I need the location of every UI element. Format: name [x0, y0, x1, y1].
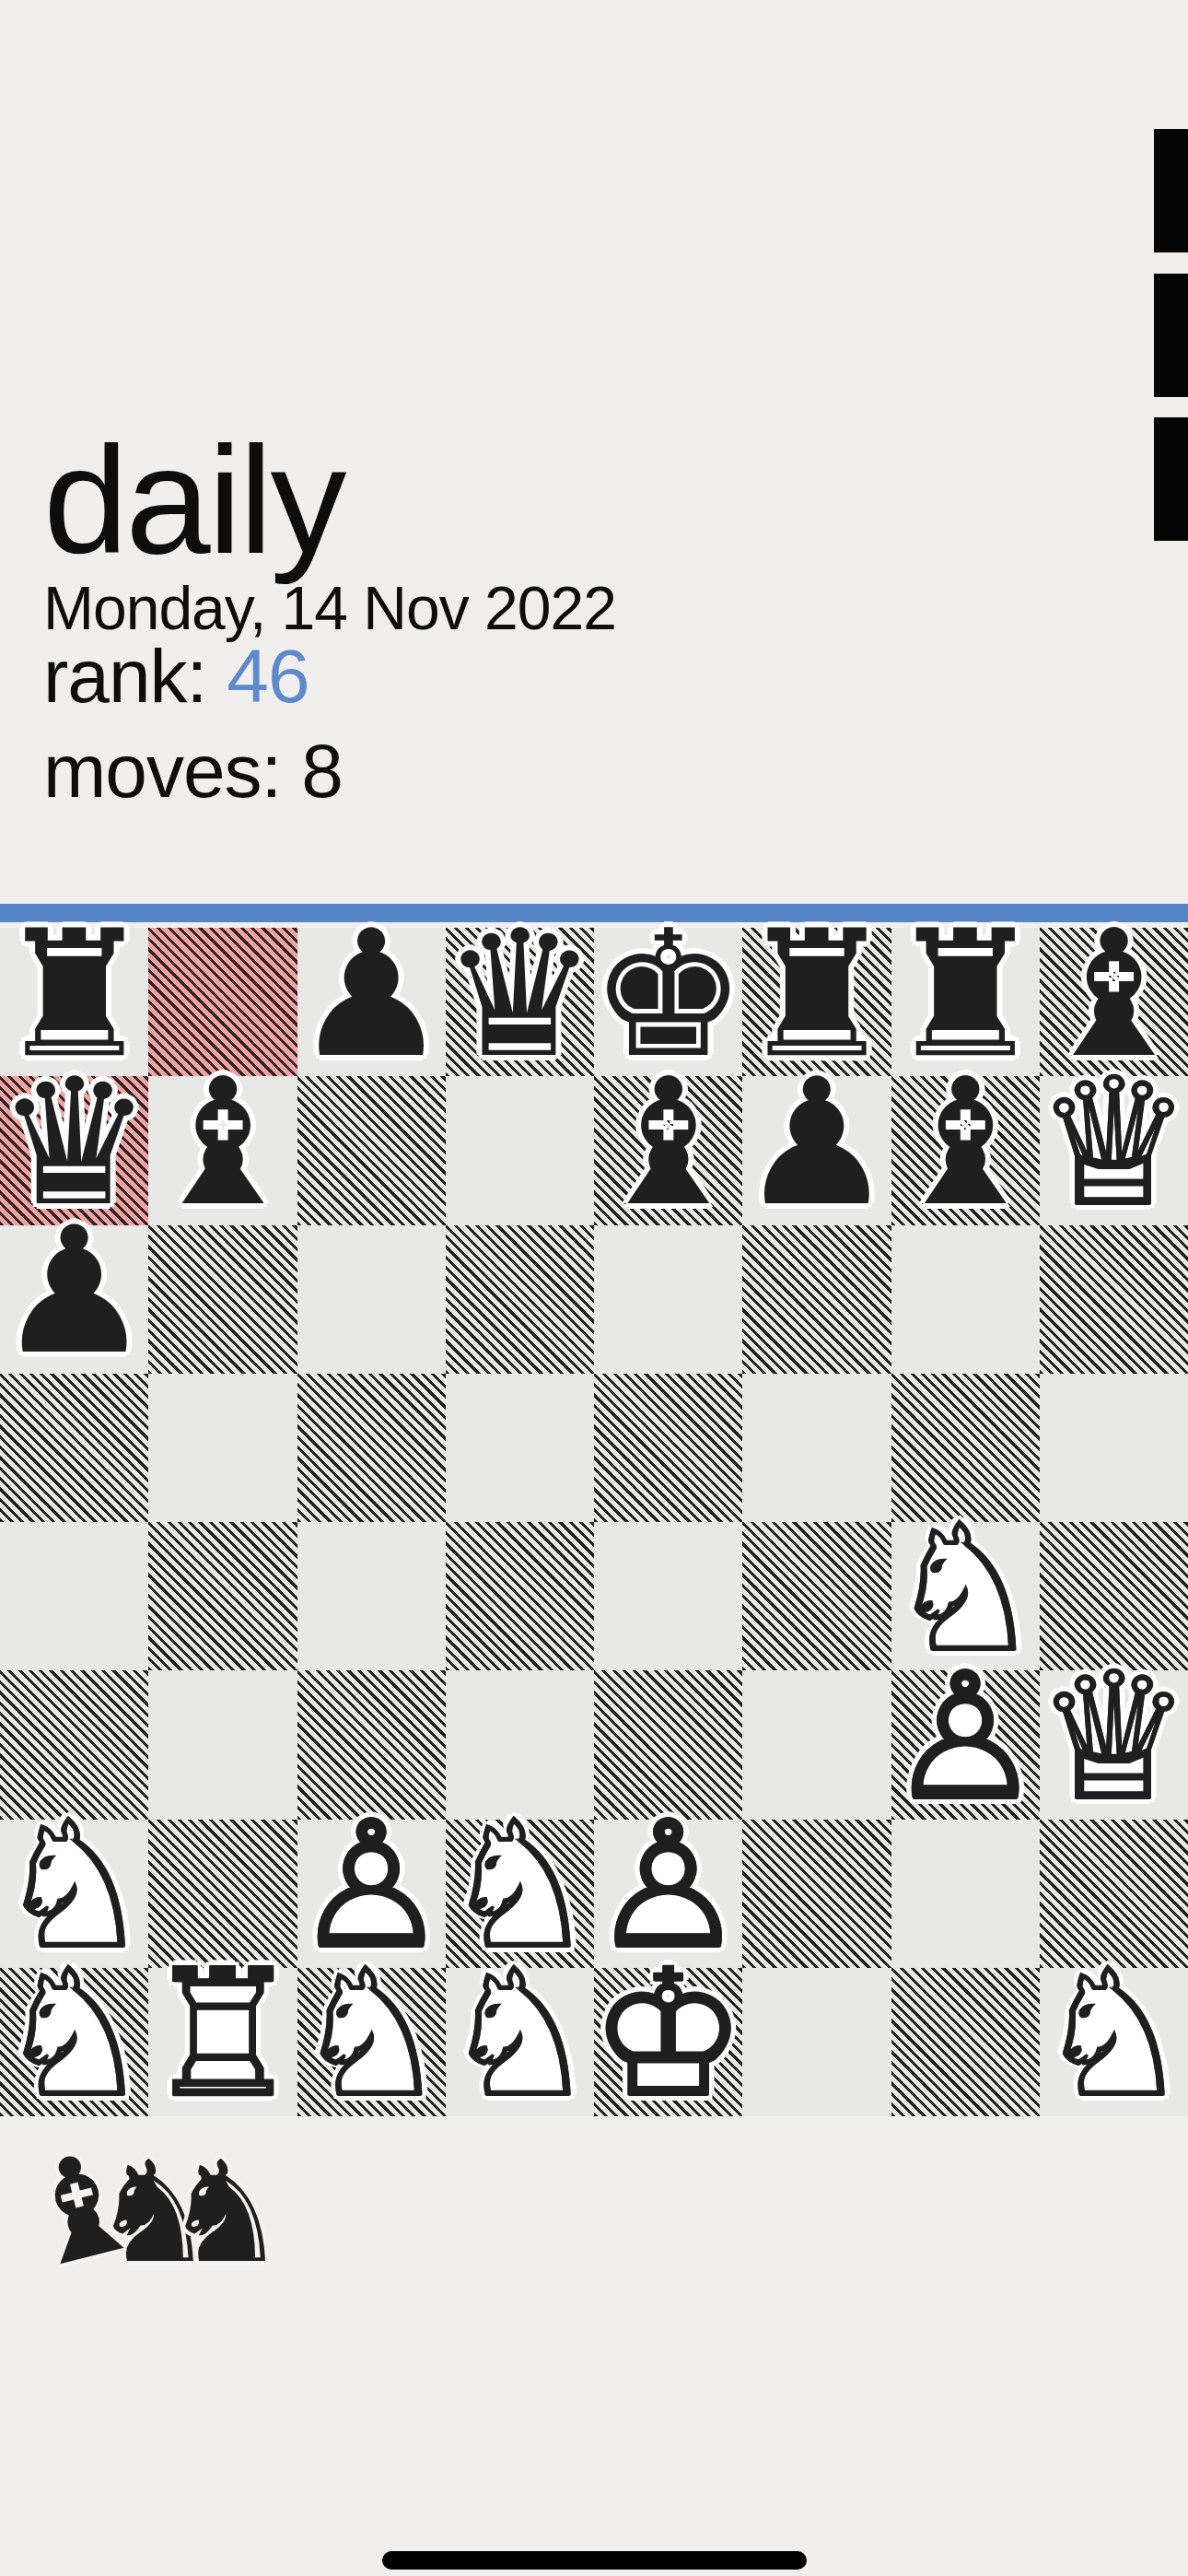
- black-queen-glyph: ♛: [441, 907, 598, 1083]
- square-e7[interactable]: ♝: [594, 1076, 742, 1224]
- square-d5[interactable]: [446, 1374, 594, 1522]
- square-f7[interactable]: ♟: [742, 1076, 891, 1224]
- black-bishop-glyph: ♝: [589, 1056, 746, 1231]
- square-b5[interactable]: [148, 1374, 297, 1522]
- square-a6[interactable]: ♟: [0, 1225, 148, 1374]
- black-pawn-piece[interactable]: ♟: [297, 928, 446, 1076]
- white-queen-outline: ♕: [1040, 1663, 1188, 1811]
- black-pawn-piece[interactable]: ♟: [742, 1076, 891, 1224]
- menu-bar-icon: [1154, 129, 1188, 252]
- white-rook-piece[interactable]: ♜♖: [148, 1968, 297, 2116]
- square-c5[interactable]: [297, 1374, 446, 1522]
- white-pawn-outline: ♙: [891, 1663, 1040, 1811]
- black-bishop-piece[interactable]: ♝: [594, 1076, 742, 1224]
- white-knight-piece[interactable]: ♞♘: [1040, 1968, 1188, 2116]
- square-a4[interactable]: [0, 1522, 148, 1670]
- square-a1[interactable]: ♞♘: [0, 1968, 148, 2116]
- page-title: daily: [43, 424, 344, 577]
- square-c6[interactable]: [297, 1225, 446, 1374]
- square-f1[interactable]: [742, 1968, 891, 2116]
- black-queen-piece[interactable]: ♛: [446, 928, 594, 1076]
- white-pawn-piece[interactable]: ♟♙: [891, 1670, 1040, 1819]
- square-f6[interactable]: [742, 1225, 891, 1374]
- square-g6[interactable]: [891, 1225, 1040, 1374]
- square-e1[interactable]: ♚♔: [594, 1968, 742, 2116]
- square-g1[interactable]: [891, 1968, 1040, 2116]
- white-knight-piece[interactable]: ♞♘: [446, 1968, 594, 2116]
- moves-line: moves:8: [43, 733, 343, 809]
- square-h6[interactable]: [1040, 1225, 1188, 1374]
- square-h3[interactable]: ♛♕: [1040, 1670, 1188, 1819]
- black-bishop-piece[interactable]: ♝: [891, 1076, 1040, 1224]
- black-bishop-glyph: ♝: [145, 1056, 301, 1231]
- black-pawn-glyph: ♟: [293, 907, 449, 1083]
- square-b4[interactable]: [148, 1522, 297, 1670]
- white-knight-outline: ♘: [1040, 1961, 1188, 2109]
- white-knight-outline: ♘: [297, 1961, 446, 2109]
- square-c4[interactable]: [297, 1522, 446, 1670]
- chess-board: ♜♟♛♚♜♜♝♛♝♝♟♝♛♕♟♞♘♟♙♛♕♞♘♟♙♞♘♟♙♞♘♜♖♞♘♞♘♚♔♞…: [0, 928, 1188, 2116]
- square-g2[interactable]: [891, 1820, 1040, 1968]
- square-h1[interactable]: ♞♘: [1040, 1968, 1188, 2116]
- square-b6[interactable]: [148, 1225, 297, 1374]
- square-f4[interactable]: [742, 1522, 891, 1670]
- menu-bar-icon: [1154, 274, 1188, 397]
- square-f5[interactable]: [742, 1374, 891, 1522]
- moves-value: 8: [301, 729, 343, 813]
- square-d7[interactable]: [446, 1076, 594, 1224]
- square-d8[interactable]: ♛: [446, 928, 594, 1076]
- screen: daily Monday, 14 Nov 2022 rank:46 moves:…: [0, 0, 1188, 2576]
- white-king-outline: ♔: [594, 1961, 742, 2109]
- square-b1[interactable]: ♜♖: [148, 1968, 297, 2116]
- square-c7[interactable]: [297, 1076, 446, 1224]
- square-b7[interactable]: ♝: [148, 1076, 297, 1224]
- captured-black-knight: ♞: [163, 2143, 288, 2283]
- rank-label: rank:: [43, 634, 206, 718]
- captured-pieces-tray: ♝♞♞: [18, 2136, 288, 2283]
- square-c1[interactable]: ♞♘: [297, 1968, 446, 2116]
- black-pawn-glyph: ♟: [739, 1056, 895, 1231]
- square-h7[interactable]: ♛♕: [1040, 1076, 1188, 1224]
- menu-icon[interactable]: [1154, 129, 1188, 544]
- black-bishop-piece[interactable]: ♝: [148, 1076, 297, 1224]
- black-pawn-glyph: ♟: [0, 1204, 153, 1379]
- square-e5[interactable]: [594, 1374, 742, 1522]
- black-bishop-glyph: ♝: [887, 1056, 1043, 1231]
- rank-line: rank:46: [43, 638, 309, 714]
- black-pawn-piece[interactable]: ♟: [0, 1225, 148, 1374]
- white-queen-piece[interactable]: ♛♕: [1040, 1670, 1188, 1819]
- white-knight-piece[interactable]: ♞♘: [297, 1968, 446, 2116]
- white-knight-piece[interactable]: ♞♘: [0, 1968, 148, 2116]
- white-queen-piece[interactable]: ♛♕: [1040, 1076, 1188, 1224]
- square-h5[interactable]: [1040, 1374, 1188, 1522]
- puzzle-date: Monday, 14 Nov 2022: [43, 578, 616, 638]
- square-f2[interactable]: [742, 1820, 891, 1968]
- square-b3[interactable]: [148, 1670, 297, 1819]
- square-e4[interactable]: [594, 1522, 742, 1670]
- square-a5[interactable]: [0, 1374, 148, 1522]
- square-g7[interactable]: ♝: [891, 1076, 1040, 1224]
- white-queen-outline: ♕: [1040, 1069, 1188, 1217]
- white-knight-outline: ♘: [446, 1961, 594, 2109]
- square-d4[interactable]: [446, 1522, 594, 1670]
- white-rook-outline: ♖: [148, 1961, 297, 2109]
- rank-value: 46: [227, 634, 309, 718]
- menu-bar-icon: [1154, 417, 1188, 541]
- square-g3[interactable]: ♟♙: [891, 1670, 1040, 1819]
- moves-label: moves:: [43, 729, 281, 813]
- square-d1[interactable]: ♞♘: [446, 1968, 594, 2116]
- square-d6[interactable]: [446, 1225, 594, 1374]
- white-king-piece[interactable]: ♚♔: [594, 1968, 742, 2116]
- square-e6[interactable]: [594, 1225, 742, 1374]
- square-f3[interactable]: [742, 1670, 891, 1819]
- white-knight-outline: ♘: [0, 1961, 148, 2109]
- home-indicator[interactable]: [382, 2551, 807, 2570]
- square-c8[interactable]: ♟: [297, 928, 446, 1076]
